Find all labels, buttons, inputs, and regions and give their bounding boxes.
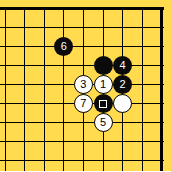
move-number-label: 2 <box>120 79 126 90</box>
stone-P14-move-7: 7 <box>74 94 93 113</box>
move-number-label: 4 <box>120 60 126 71</box>
move-number-label: 1 <box>100 79 106 90</box>
stone-P15-move-3: 3 <box>74 75 93 94</box>
stone-Q13-move-5: 5 <box>94 113 113 132</box>
stone-R15-move-2: 2 <box>113 75 132 94</box>
stone-O17-move-6: 6 <box>54 37 73 56</box>
move-number-label: 3 <box>80 79 86 90</box>
grid-line <box>44 7 45 172</box>
stone-R14 <box>113 94 132 113</box>
grid-line <box>142 7 143 172</box>
stone-Q14 <box>94 94 113 113</box>
grid-line <box>63 7 64 172</box>
stone-Q16 <box>94 56 113 75</box>
grid-line <box>24 7 25 172</box>
move-number-label: 6 <box>61 41 67 52</box>
move-number-label: 5 <box>100 117 106 128</box>
go-board[interactable]: 1234567 <box>0 0 171 171</box>
square-marker-icon <box>99 100 107 108</box>
board-edge-line <box>160 7 163 172</box>
grid-line <box>5 7 6 172</box>
stone-R16-move-4: 4 <box>113 56 132 75</box>
move-number-label: 7 <box>80 98 86 109</box>
stone-Q15-move-1: 1 <box>94 75 113 94</box>
go-diagram: 1234567 <box>0 0 171 171</box>
